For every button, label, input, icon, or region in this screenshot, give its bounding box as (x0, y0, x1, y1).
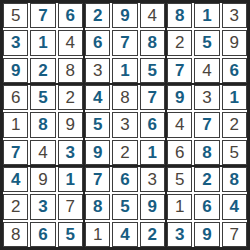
cell-r7c5[interactable]: 6 (112, 167, 137, 192)
cell-r4c9[interactable]: 1 (222, 85, 247, 110)
sudoku-box-8: 763859142 (85, 167, 165, 247)
cell-r5c8[interactable]: 7 (194, 112, 219, 137)
cell-r8c1[interactable]: 2 (3, 194, 28, 219)
cell-r1c2[interactable]: 7 (30, 3, 55, 28)
cell-r5c7[interactable]: 4 (167, 112, 192, 137)
cell-r7c2[interactable]: 9 (30, 167, 55, 192)
cell-r6c8[interactable]: 8 (194, 140, 219, 165)
cell-r2c6[interactable]: 8 (140, 30, 165, 55)
cell-r5c6[interactable]: 6 (140, 112, 165, 137)
cell-r5c4[interactable]: 5 (85, 112, 110, 137)
cell-r9c3[interactable]: 5 (58, 222, 83, 247)
cell-r1c3[interactable]: 6 (58, 3, 83, 28)
cell-r9c9[interactable]: 7 (222, 222, 247, 247)
cell-r4c2[interactable]: 5 (30, 85, 55, 110)
cell-r2c4[interactable]: 6 (85, 30, 110, 55)
cell-r7c3[interactable]: 1 (58, 167, 83, 192)
cell-r2c2[interactable]: 1 (30, 30, 55, 55)
cell-r2c7[interactable]: 2 (167, 30, 192, 55)
cell-r6c2[interactable]: 4 (30, 140, 55, 165)
cell-r8c8[interactable]: 6 (194, 194, 219, 219)
cell-r3c7[interactable]: 7 (167, 58, 192, 83)
sudoku-box-1: 576314928 (3, 3, 83, 83)
cell-r3c2[interactable]: 2 (30, 58, 55, 83)
cell-r8c3[interactable]: 7 (58, 194, 83, 219)
cell-r9c2[interactable]: 6 (30, 222, 55, 247)
cell-r7c4[interactable]: 7 (85, 167, 110, 192)
cell-r1c8[interactable]: 1 (194, 3, 219, 28)
cell-r9c8[interactable]: 9 (194, 222, 219, 247)
cell-r5c2[interactable]: 8 (30, 112, 55, 137)
cell-r8c5[interactable]: 5 (112, 194, 137, 219)
cell-r6c4[interactable]: 9 (85, 140, 110, 165)
cell-r1c5[interactable]: 9 (112, 3, 137, 28)
cell-r5c9[interactable]: 2 (222, 112, 247, 137)
cell-r1c4[interactable]: 2 (85, 3, 110, 28)
cell-r3c1[interactable]: 9 (3, 58, 28, 83)
cell-r1c9[interactable]: 3 (222, 3, 247, 28)
cell-r5c3[interactable]: 9 (58, 112, 83, 137)
cell-r4c4[interactable]: 4 (85, 85, 110, 110)
cell-r7c9[interactable]: 8 (222, 167, 247, 192)
cell-r7c6[interactable]: 3 (140, 167, 165, 192)
cell-r2c5[interactable]: 7 (112, 30, 137, 55)
cell-r9c6[interactable]: 2 (140, 222, 165, 247)
cell-r7c8[interactable]: 2 (194, 167, 219, 192)
cell-r8c9[interactable]: 4 (222, 194, 247, 219)
cell-r3c9[interactable]: 6 (222, 58, 247, 83)
cell-r3c3[interactable]: 8 (58, 58, 83, 83)
cell-r1c6[interactable]: 4 (140, 3, 165, 28)
cell-r8c4[interactable]: 8 (85, 194, 110, 219)
cell-r8c7[interactable]: 1 (167, 194, 192, 219)
cell-r3c6[interactable]: 5 (140, 58, 165, 83)
cell-r3c8[interactable]: 4 (194, 58, 219, 83)
cell-r3c5[interactable]: 1 (112, 58, 137, 83)
cell-r2c8[interactable]: 5 (194, 30, 219, 55)
cell-r7c1[interactable]: 4 (3, 167, 28, 192)
cell-r1c7[interactable]: 8 (167, 3, 192, 28)
cell-r4c8[interactable]: 3 (194, 85, 219, 110)
cell-r2c3[interactable]: 4 (58, 30, 83, 55)
cell-r6c1[interactable]: 7 (3, 140, 28, 165)
cell-r8c6[interactable]: 9 (140, 194, 165, 219)
cell-r5c1[interactable]: 1 (3, 112, 28, 137)
cell-r8c2[interactable]: 3 (30, 194, 55, 219)
cell-r5c5[interactable]: 3 (112, 112, 137, 137)
cell-r9c4[interactable]: 1 (85, 222, 110, 247)
sudoku-board: 5763149282946783158132597466521897434875… (0, 0, 250, 250)
cell-r9c1[interactable]: 8 (3, 222, 28, 247)
sudoku-box-2: 294678315 (85, 3, 165, 83)
cell-r6c7[interactable]: 6 (167, 140, 192, 165)
sudoku-box-6: 931472685 (167, 85, 247, 165)
sudoku-box-5: 487536921 (85, 85, 165, 165)
cell-r4c5[interactable]: 8 (112, 85, 137, 110)
cell-r6c5[interactable]: 2 (112, 140, 137, 165)
cell-r9c5[interactable]: 4 (112, 222, 137, 247)
cell-r2c9[interactable]: 9 (222, 30, 247, 55)
cell-r4c6[interactable]: 7 (140, 85, 165, 110)
cell-r1c1[interactable]: 5 (3, 3, 28, 28)
cell-r6c6[interactable]: 1 (140, 140, 165, 165)
sudoku-box-3: 813259746 (167, 3, 247, 83)
cell-r6c9[interactable]: 5 (222, 140, 247, 165)
sudoku-box-9: 528164397 (167, 167, 247, 247)
sudoku-box-4: 652189743 (3, 85, 83, 165)
cell-r2c1[interactable]: 3 (3, 30, 28, 55)
cell-r4c3[interactable]: 2 (58, 85, 83, 110)
cell-r6c3[interactable]: 3 (58, 140, 83, 165)
cell-r7c7[interactable]: 5 (167, 167, 192, 192)
cell-r4c7[interactable]: 9 (167, 85, 192, 110)
cell-r4c1[interactable]: 6 (3, 85, 28, 110)
sudoku-box-7: 491237865 (3, 167, 83, 247)
cell-r3c4[interactable]: 3 (85, 58, 110, 83)
cell-r9c7[interactable]: 3 (167, 222, 192, 247)
